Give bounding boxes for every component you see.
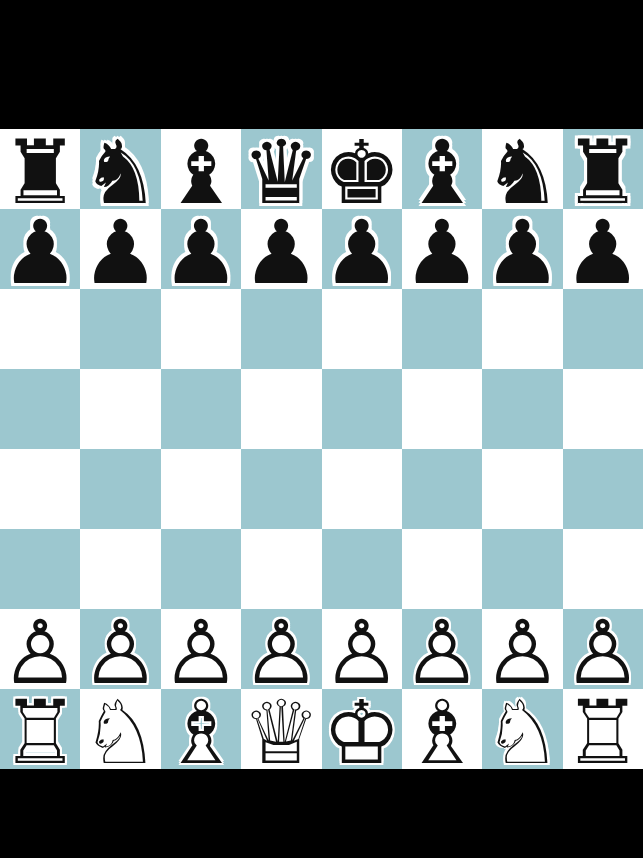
square-e8[interactable]: ♚ (322, 129, 402, 209)
white-piece-fill-glyph: ♞ (80, 693, 160, 773)
chess-board: ♜♞♝♛♚♝♞♜♟♟♟♟♟♟♟♟♟♙♟♙♟♙♟♙♟♙♟♙♟♙♟♙♜♖♞♘♝♗♛♕… (0, 129, 643, 769)
piece-white-king[interactable]: ♚♔ (322, 689, 402, 769)
square-a7[interactable]: ♟ (0, 209, 80, 289)
black-piece-glyph: ♟ (80, 213, 160, 293)
piece-white-rook[interactable]: ♜♖ (563, 689, 643, 769)
piece-black-pawn[interactable]: ♟ (402, 209, 482, 289)
piece-white-pawn[interactable]: ♟♙ (563, 609, 643, 689)
white-piece-outline-glyph: ♙ (402, 613, 482, 693)
black-piece-glyph: ♟ (161, 213, 241, 293)
square-f4[interactable] (402, 449, 482, 529)
square-d4[interactable] (241, 449, 321, 529)
square-b3[interactable] (80, 529, 160, 609)
square-b5[interactable] (80, 369, 160, 449)
square-a8[interactable]: ♜ (0, 129, 80, 209)
square-a6[interactable] (0, 289, 80, 369)
white-piece-fill-glyph: ♟ (80, 613, 160, 693)
square-b4[interactable] (80, 449, 160, 529)
square-e7[interactable]: ♟ (322, 209, 402, 289)
piece-black-knight[interactable]: ♞ (80, 129, 160, 209)
square-a3[interactable] (0, 529, 80, 609)
white-piece-fill-glyph: ♟ (241, 613, 321, 693)
white-piece-fill-glyph: ♜ (563, 693, 643, 773)
white-piece-fill-glyph: ♜ (0, 693, 80, 773)
piece-black-pawn[interactable]: ♟ (80, 209, 160, 289)
piece-black-knight[interactable]: ♞ (482, 129, 562, 209)
square-b1[interactable]: ♞♘ (80, 689, 160, 769)
square-f5[interactable] (402, 369, 482, 449)
piece-black-bishop[interactable]: ♝ (402, 129, 482, 209)
square-a4[interactable] (0, 449, 80, 529)
square-h3[interactable] (563, 529, 643, 609)
square-d8[interactable]: ♛ (241, 129, 321, 209)
square-h5[interactable] (563, 369, 643, 449)
square-h2[interactable]: ♟♙ (563, 609, 643, 689)
square-e4[interactable] (322, 449, 402, 529)
square-a2[interactable]: ♟♙ (0, 609, 80, 689)
square-g7[interactable]: ♟ (482, 209, 562, 289)
white-piece-outline-glyph: ♗ (161, 693, 241, 773)
square-d6[interactable] (241, 289, 321, 369)
square-c2[interactable]: ♟♙ (161, 609, 241, 689)
white-piece-fill-glyph: ♟ (402, 613, 482, 693)
black-piece-glyph: ♛ (241, 133, 321, 213)
square-a5[interactable] (0, 369, 80, 449)
white-piece-outline-glyph: ♘ (80, 693, 160, 773)
square-f2[interactable]: ♟♙ (402, 609, 482, 689)
piece-white-pawn[interactable]: ♟♙ (241, 609, 321, 689)
white-piece-fill-glyph: ♝ (402, 693, 482, 773)
white-piece-outline-glyph: ♙ (161, 613, 241, 693)
square-e1[interactable]: ♚♔ (322, 689, 402, 769)
square-f8[interactable]: ♝ (402, 129, 482, 209)
square-c8[interactable]: ♝ (161, 129, 241, 209)
square-c3[interactable] (161, 529, 241, 609)
black-piece-glyph: ♝ (161, 133, 241, 213)
white-piece-fill-glyph: ♟ (322, 613, 402, 693)
square-f1[interactable]: ♝♗ (402, 689, 482, 769)
square-h6[interactable] (563, 289, 643, 369)
black-piece-glyph: ♟ (0, 213, 80, 293)
square-c4[interactable] (161, 449, 241, 529)
square-d5[interactable] (241, 369, 321, 449)
piece-white-bishop[interactable]: ♝♗ (402, 689, 482, 769)
white-piece-fill-glyph: ♟ (563, 613, 643, 693)
square-b6[interactable] (80, 289, 160, 369)
piece-black-pawn[interactable]: ♟ (0, 209, 80, 289)
square-b2[interactable]: ♟♙ (80, 609, 160, 689)
piece-black-rook[interactable]: ♜ (0, 129, 80, 209)
square-b7[interactable]: ♟ (80, 209, 160, 289)
black-piece-glyph: ♜ (563, 133, 643, 213)
white-piece-outline-glyph: ♘ (482, 693, 562, 773)
piece-black-pawn[interactable]: ♟ (482, 209, 562, 289)
piece-black-bishop[interactable]: ♝ (161, 129, 241, 209)
black-piece-glyph: ♟ (241, 213, 321, 293)
square-f3[interactable] (402, 529, 482, 609)
black-piece-glyph: ♞ (80, 133, 160, 213)
square-g1[interactable]: ♞♘ (482, 689, 562, 769)
piece-white-bishop[interactable]: ♝♗ (161, 689, 241, 769)
piece-black-pawn[interactable]: ♟ (161, 209, 241, 289)
white-piece-fill-glyph: ♟ (0, 613, 80, 693)
white-piece-outline-glyph: ♙ (80, 613, 160, 693)
white-piece-fill-glyph: ♞ (482, 693, 562, 773)
square-e2[interactable]: ♟♙ (322, 609, 402, 689)
square-g8[interactable]: ♞ (482, 129, 562, 209)
black-piece-glyph: ♝ (402, 133, 482, 213)
piece-black-king[interactable]: ♚ (322, 129, 402, 209)
black-piece-glyph: ♞ (482, 133, 562, 213)
white-piece-outline-glyph: ♙ (482, 613, 562, 693)
piece-white-queen[interactable]: ♛♕ (241, 689, 321, 769)
square-f6[interactable] (402, 289, 482, 369)
square-d3[interactable] (241, 529, 321, 609)
square-g5[interactable] (482, 369, 562, 449)
piece-black-rook[interactable]: ♜ (563, 129, 643, 209)
square-h4[interactable] (563, 449, 643, 529)
square-g2[interactable]: ♟♙ (482, 609, 562, 689)
black-piece-glyph: ♟ (402, 213, 482, 293)
square-h8[interactable]: ♜ (563, 129, 643, 209)
white-piece-outline-glyph: ♙ (241, 613, 321, 693)
square-d7[interactable]: ♟ (241, 209, 321, 289)
bottom-bar (0, 769, 643, 858)
square-h7[interactable]: ♟ (563, 209, 643, 289)
square-c7[interactable]: ♟ (161, 209, 241, 289)
piece-black-pawn[interactable]: ♟ (322, 209, 402, 289)
white-piece-outline-glyph: ♙ (322, 613, 402, 693)
white-piece-outline-glyph: ♗ (402, 693, 482, 773)
square-g4[interactable] (482, 449, 562, 529)
piece-white-pawn[interactable]: ♟♙ (161, 609, 241, 689)
black-piece-glyph: ♜ (0, 133, 80, 213)
square-a1[interactable]: ♜♖ (0, 689, 80, 769)
square-c5[interactable] (161, 369, 241, 449)
piece-black-pawn[interactable]: ♟ (241, 209, 321, 289)
piece-white-pawn[interactable]: ♟♙ (402, 609, 482, 689)
white-piece-outline-glyph: ♕ (241, 693, 321, 773)
square-e3[interactable] (322, 529, 402, 609)
white-piece-fill-glyph: ♝ (161, 693, 241, 773)
piece-black-pawn[interactable]: ♟ (563, 209, 643, 289)
black-piece-glyph: ♟ (322, 213, 402, 293)
piece-white-pawn[interactable]: ♟♙ (482, 609, 562, 689)
square-c1[interactable]: ♝♗ (161, 689, 241, 769)
square-f7[interactable]: ♟ (402, 209, 482, 289)
white-piece-outline-glyph: ♖ (563, 693, 643, 773)
square-d1[interactable]: ♛♕ (241, 689, 321, 769)
piece-white-knight[interactable]: ♞♘ (482, 689, 562, 769)
square-g6[interactable] (482, 289, 562, 369)
white-piece-fill-glyph: ♟ (482, 613, 562, 693)
black-piece-glyph: ♟ (482, 213, 562, 293)
black-piece-glyph: ♚ (322, 133, 402, 213)
white-piece-outline-glyph: ♔ (322, 693, 402, 773)
piece-white-pawn[interactable]: ♟♙ (0, 609, 80, 689)
piece-white-knight[interactable]: ♞♘ (80, 689, 160, 769)
white-piece-outline-glyph: ♙ (563, 613, 643, 693)
square-g3[interactable] (482, 529, 562, 609)
white-piece-outline-glyph: ♙ (0, 613, 80, 693)
chess-app-screen: ♜♞♝♛♚♝♞♜♟♟♟♟♟♟♟♟♟♙♟♙♟♙♟♙♟♙♟♙♟♙♟♙♜♖♞♘♝♗♛♕… (0, 0, 643, 858)
square-e5[interactable] (322, 369, 402, 449)
piece-white-rook[interactable]: ♜♖ (0, 689, 80, 769)
white-piece-outline-glyph: ♖ (0, 693, 80, 773)
square-h1[interactable]: ♜♖ (563, 689, 643, 769)
square-e6[interactable] (322, 289, 402, 369)
square-d2[interactable]: ♟♙ (241, 609, 321, 689)
white-piece-fill-glyph: ♟ (161, 613, 241, 693)
piece-white-pawn[interactable]: ♟♙ (80, 609, 160, 689)
square-b8[interactable]: ♞ (80, 129, 160, 209)
square-c6[interactable] (161, 289, 241, 369)
white-piece-fill-glyph: ♚ (322, 693, 402, 773)
piece-white-pawn[interactable]: ♟♙ (322, 609, 402, 689)
top-bar (0, 0, 643, 129)
piece-black-queen[interactable]: ♛ (241, 129, 321, 209)
black-piece-glyph: ♟ (563, 213, 643, 293)
white-piece-fill-glyph: ♛ (241, 693, 321, 773)
